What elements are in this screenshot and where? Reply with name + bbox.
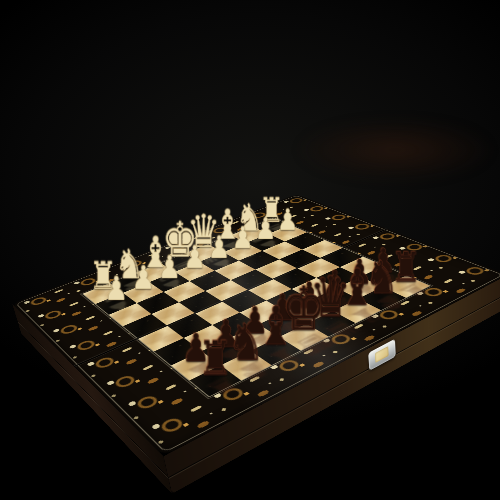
background-blur-object (300, 120, 490, 180)
piece-black-rook[interactable]: ♜ (189, 325, 242, 380)
clasp-amber-inlay (375, 346, 389, 363)
photo-backdrop: ♜♜♞♞♝♝♛♛♚♚♝♝♞♞♜♜♟♟♟♟♟♟♟♟♟♟♟♟♟♟♟♟♟♟♟♟♟♟♟♟… (0, 0, 500, 500)
board-case: ♜♜♞♞♝♝♛♛♚♚♝♝♞♞♜♜♟♟♟♟♟♟♟♟♟♟♟♟♟♟♟♟♟♟♟♟♟♟♟♟… (12, 194, 500, 456)
